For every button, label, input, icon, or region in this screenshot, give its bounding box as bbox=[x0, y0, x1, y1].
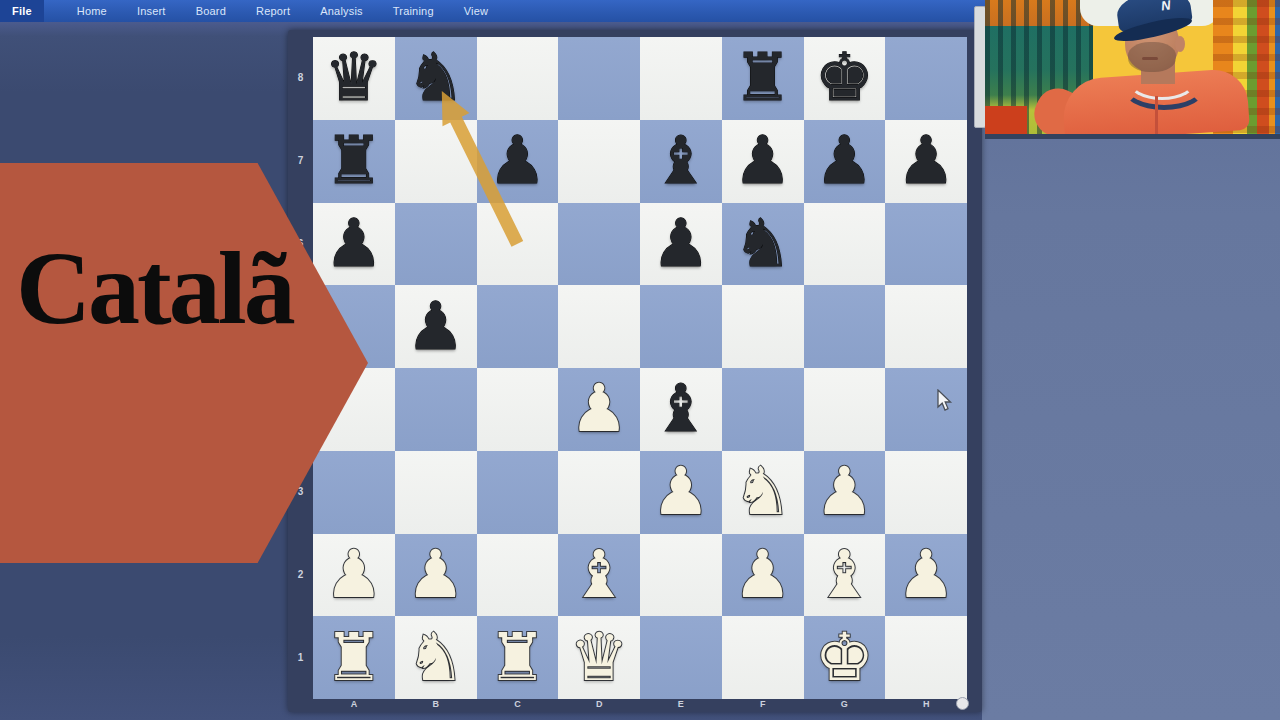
white-pawn-h2[interactable]: ♟ bbox=[897, 542, 956, 608]
file-label-f: F bbox=[753, 699, 773, 709]
painting-red-patch bbox=[985, 106, 1027, 134]
square-e7[interactable]: ♝ bbox=[640, 120, 722, 203]
square-b7[interactable] bbox=[395, 120, 477, 203]
white-rook-c1[interactable]: ♜ bbox=[488, 625, 547, 691]
black-pawn-h7[interactable]: ♟ bbox=[897, 128, 956, 194]
square-h1[interactable] bbox=[885, 616, 967, 699]
file-label-d: D bbox=[589, 699, 609, 709]
file-label-e: E bbox=[671, 699, 691, 709]
white-pawn-f2[interactable]: ♟ bbox=[733, 542, 792, 608]
screen: { "game": "chess", "position": { "fen": … bbox=[0, 0, 1280, 720]
square-a7[interactable]: ♜ bbox=[313, 120, 395, 203]
square-g4[interactable] bbox=[804, 368, 886, 451]
black-rook-f8[interactable]: ♜ bbox=[733, 45, 792, 111]
black-pawn-c7[interactable]: ♟ bbox=[488, 128, 547, 194]
white-pawn-a2[interactable]: ♟ bbox=[324, 542, 383, 608]
square-h3[interactable] bbox=[885, 451, 967, 534]
cap-logo: N bbox=[1160, 0, 1171, 14]
square-b8[interactable]: ♞ bbox=[395, 37, 477, 120]
file-label-b: B bbox=[426, 699, 446, 709]
square-h8[interactable] bbox=[885, 37, 967, 120]
square-a6[interactable]: ♟ bbox=[313, 203, 395, 286]
white-bishop-g2[interactable]: ♝ bbox=[815, 542, 874, 608]
menu-item-insert[interactable]: Insert bbox=[122, 0, 181, 22]
black-queen-a8[interactable]: ♛ bbox=[324, 45, 383, 111]
square-f2[interactable]: ♟ bbox=[722, 534, 804, 617]
square-c2[interactable] bbox=[477, 534, 559, 617]
square-b6[interactable] bbox=[395, 203, 477, 286]
square-f6[interactable]: ♞ bbox=[722, 203, 804, 286]
square-c3[interactable] bbox=[477, 451, 559, 534]
square-f5[interactable] bbox=[722, 285, 804, 368]
menu-item-training[interactable]: Training bbox=[378, 0, 449, 22]
square-e5[interactable] bbox=[640, 285, 722, 368]
square-b3[interactable] bbox=[395, 451, 477, 534]
chess-board: ♛♞♜♚♜♟♝♟♟♟♟♟♞♟♟♝♟♞♟♟♟♝♟♝♟♜♞♜♛♚ 87654321 … bbox=[288, 30, 982, 712]
presenter-ear bbox=[1175, 36, 1185, 52]
square-c5[interactable] bbox=[477, 285, 559, 368]
file-label-a: A bbox=[344, 699, 364, 709]
square-g1[interactable]: ♚ bbox=[804, 616, 886, 699]
black-king-g8[interactable]: ♚ bbox=[815, 45, 874, 111]
square-d4[interactable]: ♟ bbox=[558, 368, 640, 451]
black-pawn-f7[interactable]: ♟ bbox=[733, 128, 792, 194]
rank-label-2: 2 bbox=[288, 569, 313, 580]
square-f8[interactable]: ♜ bbox=[722, 37, 804, 120]
black-knight-f6[interactable]: ♞ bbox=[733, 211, 792, 277]
shirt-placket bbox=[1155, 96, 1158, 134]
square-h7[interactable]: ♟ bbox=[885, 120, 967, 203]
square-d1[interactable]: ♛ bbox=[558, 616, 640, 699]
white-pawn-b2[interactable]: ♟ bbox=[406, 542, 465, 608]
square-e3[interactable]: ♟ bbox=[640, 451, 722, 534]
square-e2[interactable] bbox=[640, 534, 722, 617]
webcam-overlay: N bbox=[985, 0, 1280, 139]
white-queen-d1[interactable]: ♛ bbox=[570, 625, 629, 691]
square-h5[interactable] bbox=[885, 285, 967, 368]
side-to-move-indicator[interactable] bbox=[956, 697, 969, 710]
presenter-mouth bbox=[1142, 57, 1158, 60]
square-e8[interactable] bbox=[640, 37, 722, 120]
white-bishop-d2[interactable]: ♝ bbox=[570, 542, 629, 608]
square-e4[interactable]: ♝ bbox=[640, 368, 722, 451]
square-g6[interactable] bbox=[804, 203, 886, 286]
square-c6[interactable] bbox=[477, 203, 559, 286]
black-knight-b8[interactable]: ♞ bbox=[406, 45, 465, 111]
rank-label-8: 8 bbox=[288, 72, 313, 83]
square-b4[interactable] bbox=[395, 368, 477, 451]
file-label-g: G bbox=[834, 699, 854, 709]
black-bishop-e4[interactable]: ♝ bbox=[651, 376, 710, 442]
white-knight-b1[interactable]: ♞ bbox=[406, 625, 465, 691]
square-d5[interactable] bbox=[558, 285, 640, 368]
menu-item-view[interactable]: View bbox=[449, 0, 503, 22]
square-e6[interactable]: ♟ bbox=[640, 203, 722, 286]
black-pawn-e6[interactable]: ♟ bbox=[651, 211, 710, 277]
rank-label-1: 1 bbox=[288, 652, 313, 663]
square-a3[interactable] bbox=[313, 451, 395, 534]
square-d3[interactable] bbox=[558, 451, 640, 534]
square-e1[interactable] bbox=[640, 616, 722, 699]
square-d6[interactable] bbox=[558, 203, 640, 286]
square-c7[interactable]: ♟ bbox=[477, 120, 559, 203]
square-f3[interactable]: ♞ bbox=[722, 451, 804, 534]
rank-label-7: 7 bbox=[288, 155, 313, 166]
square-h4[interactable] bbox=[885, 368, 967, 451]
square-b1[interactable]: ♞ bbox=[395, 616, 477, 699]
black-pawn-g7[interactable]: ♟ bbox=[815, 128, 874, 194]
file-label-h: H bbox=[916, 699, 936, 709]
white-rook-a1[interactable]: ♜ bbox=[324, 625, 383, 691]
square-c1[interactable]: ♜ bbox=[477, 616, 559, 699]
square-g5[interactable] bbox=[804, 285, 886, 368]
board-squares: ♛♞♜♚♜♟♝♟♟♟♟♟♞♟♟♝♟♞♟♟♟♝♟♝♟♜♞♜♛♚ bbox=[313, 37, 967, 699]
square-g8[interactable]: ♚ bbox=[804, 37, 886, 120]
white-pawn-d4[interactable]: ♟ bbox=[570, 376, 629, 442]
square-b5[interactable]: ♟ bbox=[395, 285, 477, 368]
white-pawn-g3[interactable]: ♟ bbox=[815, 459, 874, 525]
square-f7[interactable]: ♟ bbox=[722, 120, 804, 203]
menu-item-report[interactable]: Report bbox=[241, 0, 305, 22]
white-knight-f3[interactable]: ♞ bbox=[733, 459, 792, 525]
square-c8[interactable] bbox=[477, 37, 559, 120]
black-rook-a7[interactable]: ♜ bbox=[324, 128, 383, 194]
square-d2[interactable]: ♝ bbox=[558, 534, 640, 617]
square-g3[interactable]: ♟ bbox=[804, 451, 886, 534]
square-h6[interactable] bbox=[885, 203, 967, 286]
square-f4[interactable] bbox=[722, 368, 804, 451]
square-g7[interactable]: ♟ bbox=[804, 120, 886, 203]
square-a2[interactable]: ♟ bbox=[313, 534, 395, 617]
square-d7[interactable] bbox=[558, 120, 640, 203]
white-pawn-e3[interactable]: ♟ bbox=[651, 459, 710, 525]
square-g2[interactable]: ♝ bbox=[804, 534, 886, 617]
square-a1[interactable]: ♜ bbox=[313, 616, 395, 699]
file-label-c: C bbox=[507, 699, 527, 709]
white-king-g1[interactable]: ♚ bbox=[815, 625, 874, 691]
square-a8[interactable]: ♛ bbox=[313, 37, 395, 120]
menu-bar: FileHomeInsertBoardReportAnalysisTrainin… bbox=[0, 0, 985, 22]
square-d8[interactable] bbox=[558, 37, 640, 120]
menu-item-file[interactable]: File bbox=[0, 0, 44, 22]
black-pawn-b5[interactable]: ♟ bbox=[406, 294, 465, 360]
menu-item-home[interactable]: Home bbox=[62, 0, 122, 22]
black-bishop-e7[interactable]: ♝ bbox=[651, 128, 710, 194]
square-b2[interactable]: ♟ bbox=[395, 534, 477, 617]
square-f1[interactable] bbox=[722, 616, 804, 699]
black-pawn-a6[interactable]: ♟ bbox=[324, 211, 383, 277]
menu-item-analysis[interactable]: Analysis bbox=[305, 0, 378, 22]
square-c4[interactable] bbox=[477, 368, 559, 451]
menu-item-board[interactable]: Board bbox=[181, 0, 241, 22]
square-h2[interactable]: ♟ bbox=[885, 534, 967, 617]
